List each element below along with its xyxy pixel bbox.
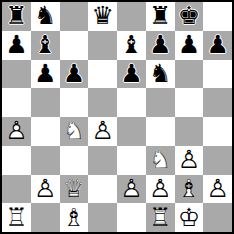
black-pawn-piece: ♟ — [31, 60, 60, 89]
square-d1[interactable] — [88, 203, 117, 232]
white-pawn-outline-glyph: ♙ — [206, 176, 228, 201]
square-e4[interactable] — [117, 117, 146, 146]
square-a1[interactable]: ♜♖ — [2, 203, 31, 232]
square-d3[interactable] — [88, 146, 117, 175]
square-f4[interactable] — [146, 117, 175, 146]
white-pawn-piece: ♟♙ — [117, 175, 146, 204]
square-d2[interactable] — [88, 175, 117, 204]
square-f5[interactable] — [146, 88, 175, 117]
white-pawn-outline-glyph: ♙ — [149, 176, 171, 201]
black-knight-piece: ♞ — [31, 2, 60, 31]
square-c1[interactable]: ♝♗ — [60, 203, 89, 232]
square-d4[interactable]: ♟♙ — [88, 117, 117, 146]
square-f1[interactable]: ♜♖ — [146, 203, 175, 232]
square-f3[interactable]: ♞♘ — [146, 146, 175, 175]
square-f6[interactable]: ♞ — [146, 60, 175, 89]
white-rook-piece: ♜♖ — [2, 203, 31, 232]
square-f2[interactable]: ♟♙ — [146, 175, 175, 204]
black-pawn-piece: ♟ — [117, 60, 146, 89]
black-rook-glyph: ♜ — [5, 3, 27, 28]
square-c3[interactable] — [60, 146, 89, 175]
black-bishop-glyph: ♝ — [34, 32, 56, 57]
square-c5[interactable] — [60, 88, 89, 117]
white-pawn-piece: ♟♙ — [2, 117, 31, 146]
square-b5[interactable] — [31, 88, 60, 117]
white-pawn-piece: ♟♙ — [146, 175, 175, 204]
white-pawn-piece: ♟♙ — [175, 146, 204, 175]
white-king-outline-glyph: ♔ — [178, 205, 200, 230]
square-e6[interactable]: ♟ — [117, 60, 146, 89]
black-pawn-piece: ♟ — [203, 31, 232, 60]
black-bishop-glyph: ♝ — [120, 32, 142, 57]
white-pawn-outline-glyph: ♙ — [5, 118, 27, 143]
square-a5[interactable] — [2, 88, 31, 117]
black-bishop-piece: ♝ — [31, 31, 60, 60]
white-queen-piece: ♛♕ — [60, 175, 89, 204]
square-g7[interactable]: ♟ — [175, 31, 204, 60]
white-bishop-piece: ♝♗ — [60, 203, 89, 232]
black-knight-glyph: ♞ — [34, 3, 56, 28]
black-rook-piece: ♜ — [146, 2, 175, 31]
white-rook-piece: ♜♖ — [146, 203, 175, 232]
square-g3[interactable]: ♟♙ — [175, 146, 204, 175]
square-a3[interactable] — [2, 146, 31, 175]
black-pawn-piece: ♟ — [60, 60, 89, 89]
square-e1[interactable] — [117, 203, 146, 232]
white-pawn-outline-glyph: ♙ — [120, 176, 142, 201]
black-rook-piece: ♜ — [2, 2, 31, 31]
square-g2[interactable]: ♝♗ — [175, 175, 204, 204]
square-d6[interactable] — [88, 60, 117, 89]
black-king-piece: ♚ — [175, 2, 204, 31]
square-e8[interactable] — [117, 2, 146, 31]
square-h5[interactable] — [203, 88, 232, 117]
black-pawn-piece: ♟ — [175, 31, 204, 60]
square-h2[interactable]: ♟♙ — [203, 175, 232, 204]
white-pawn-outline-glyph: ♙ — [91, 118, 113, 143]
square-b8[interactable]: ♞ — [31, 2, 60, 31]
chess-board: ♜♞♛♜♚♟♝♝♟♟♟♟♟♟♞♟♙♞♘♟♙♞♘♟♙♟♙♛♕♟♙♟♙♝♗♟♙♜♖♝… — [0, 0, 234, 234]
black-pawn-glyph: ♟ — [120, 61, 142, 86]
white-pawn-outline-glyph: ♙ — [34, 176, 56, 201]
black-knight-piece: ♞ — [146, 60, 175, 89]
black-queen-glyph: ♛ — [91, 3, 113, 28]
square-d8[interactable]: ♛ — [88, 2, 117, 31]
square-b2[interactable]: ♟♙ — [31, 175, 60, 204]
square-c6[interactable]: ♟ — [60, 60, 89, 89]
square-c2[interactable]: ♛♕ — [60, 175, 89, 204]
square-c8[interactable] — [60, 2, 89, 31]
white-knight-outline-glyph: ♘ — [63, 118, 85, 143]
white-pawn-piece: ♟♙ — [31, 175, 60, 204]
white-pawn-outline-glyph: ♙ — [178, 147, 200, 172]
square-c7[interactable] — [60, 31, 89, 60]
black-pawn-piece: ♟ — [146, 31, 175, 60]
square-h1[interactable] — [203, 203, 232, 232]
black-bishop-piece: ♝ — [117, 31, 146, 60]
black-pawn-glyph: ♟ — [206, 32, 228, 57]
square-d5[interactable] — [88, 88, 117, 117]
square-a6[interactable] — [2, 60, 31, 89]
white-pawn-piece: ♟♙ — [88, 117, 117, 146]
square-b1[interactable] — [31, 203, 60, 232]
black-pawn-glyph: ♟ — [63, 61, 85, 86]
square-g5[interactable] — [175, 88, 204, 117]
black-pawn-piece: ♟ — [2, 31, 31, 60]
white-knight-piece: ♞♘ — [60, 117, 89, 146]
square-h7[interactable]: ♟ — [203, 31, 232, 60]
square-c4[interactable]: ♞♘ — [60, 117, 89, 146]
square-a4[interactable]: ♟♙ — [2, 117, 31, 146]
white-queen-outline-glyph: ♕ — [63, 176, 85, 201]
square-b7[interactable]: ♝ — [31, 31, 60, 60]
white-knight-outline-glyph: ♘ — [149, 147, 171, 172]
square-e5[interactable] — [117, 88, 146, 117]
square-h4[interactable] — [203, 117, 232, 146]
white-bishop-piece: ♝♗ — [175, 175, 204, 204]
white-pawn-piece: ♟♙ — [203, 175, 232, 204]
square-b6[interactable]: ♟ — [31, 60, 60, 89]
square-g4[interactable] — [175, 117, 204, 146]
square-a7[interactable]: ♟ — [2, 31, 31, 60]
square-h3[interactable] — [203, 146, 232, 175]
square-e3[interactable] — [117, 146, 146, 175]
square-g8[interactable]: ♚ — [175, 2, 204, 31]
square-b3[interactable] — [31, 146, 60, 175]
black-pawn-glyph: ♟ — [5, 32, 27, 57]
white-king-piece: ♚♔ — [175, 203, 204, 232]
square-d7[interactable] — [88, 31, 117, 60]
black-queen-piece: ♛ — [88, 2, 117, 31]
square-f8[interactable]: ♜ — [146, 2, 175, 31]
square-f7[interactable]: ♟ — [146, 31, 175, 60]
black-king-glyph: ♚ — [178, 3, 200, 28]
square-h8[interactable] — [203, 2, 232, 31]
black-knight-glyph: ♞ — [149, 61, 171, 86]
white-knight-piece: ♞♘ — [146, 146, 175, 175]
square-e2[interactable]: ♟♙ — [117, 175, 146, 204]
white-rook-outline-glyph: ♖ — [5, 205, 27, 230]
square-b4[interactable] — [31, 117, 60, 146]
black-pawn-glyph: ♟ — [149, 32, 171, 57]
black-rook-glyph: ♜ — [149, 3, 171, 28]
white-bishop-outline-glyph: ♗ — [178, 176, 200, 201]
square-e7[interactable]: ♝ — [117, 31, 146, 60]
black-pawn-glyph: ♟ — [178, 32, 200, 57]
square-a2[interactable] — [2, 175, 31, 204]
square-g1[interactable]: ♚♔ — [175, 203, 204, 232]
square-g6[interactable] — [175, 60, 204, 89]
square-a8[interactable]: ♜ — [2, 2, 31, 31]
square-h6[interactable] — [203, 60, 232, 89]
black-pawn-glyph: ♟ — [34, 61, 56, 86]
white-bishop-outline-glyph: ♗ — [63, 205, 85, 230]
chess-diagram: ♜♞♛♜♚♟♝♝♟♟♟♟♟♟♞♟♙♞♘♟♙♞♘♟♙♟♙♛♕♟♙♟♙♝♗♟♙♜♖♝… — [0, 0, 234, 234]
white-rook-outline-glyph: ♖ — [149, 205, 171, 230]
